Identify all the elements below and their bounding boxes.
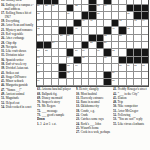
grid-cell[interactable] bbox=[134, 27, 140, 33]
grid-cell[interactable]: 61 bbox=[97, 49, 103, 55]
black-cell bbox=[59, 27, 65, 33]
grid-cell[interactable]: 34 bbox=[104, 5, 110, 11]
grid-cell[interactable] bbox=[59, 20, 65, 26]
grid-cell[interactable]: 57 bbox=[37, 49, 43, 55]
cell-number: 43 bbox=[134, 19, 137, 21]
clue-item: 27. Cook in a wok, perhaps bbox=[76, 130, 112, 134]
cell-number: 73 bbox=[142, 64, 145, 66]
cell-number: 68 bbox=[67, 64, 70, 66]
grid-cell[interactable] bbox=[142, 0, 148, 4]
black-cell bbox=[142, 5, 148, 11]
grid-cell[interactable] bbox=[52, 79, 58, 85]
cell-number: 53 bbox=[119, 34, 122, 36]
grid-cell[interactable] bbox=[97, 79, 103, 85]
cell-number: 75 bbox=[67, 71, 70, 73]
grid-cell[interactable]: 60 bbox=[82, 49, 88, 55]
grid-cell[interactable] bbox=[44, 79, 50, 85]
cell-number: 39 bbox=[37, 19, 40, 21]
clue-text: 3, 4 or 5, e.g. bbox=[39, 122, 56, 126]
cell-number: 32 bbox=[75, 4, 78, 6]
grid-cell[interactable] bbox=[134, 35, 140, 41]
clue-item: 55. Like circus elephants bbox=[113, 121, 150, 125]
cell-number: 52 bbox=[104, 34, 107, 36]
cell-number: 38 bbox=[127, 12, 130, 14]
cell-number: 36 bbox=[67, 12, 70, 14]
cell-number: 62 bbox=[112, 49, 115, 51]
black-cell bbox=[142, 57, 148, 63]
black-cell bbox=[67, 27, 73, 33]
grid-cell[interactable] bbox=[97, 72, 103, 78]
grid-cell[interactable]: 40 bbox=[82, 20, 88, 26]
grid-cell[interactable] bbox=[134, 72, 140, 78]
cell-number: 61 bbox=[97, 49, 100, 51]
clue-text: Heavenly entrance bbox=[80, 96, 104, 100]
grid-cell[interactable]: 67 bbox=[37, 64, 43, 70]
clue-item: 1. 3, 4 or 5, e.g. bbox=[37, 122, 75, 126]
cell-number: 29 bbox=[37, 4, 40, 6]
grid-cell[interactable] bbox=[67, 42, 73, 48]
clue-text: Condo, e.g. bbox=[80, 108, 95, 112]
black-cell bbox=[59, 64, 65, 70]
cell-number: 55 bbox=[90, 41, 93, 43]
cell-number: 48 bbox=[127, 27, 130, 29]
grid-cell[interactable] bbox=[134, 42, 140, 48]
grid-cell[interactable] bbox=[112, 64, 118, 70]
clue-text: Actor Sean and family bbox=[5, 23, 34, 27]
grid-cell[interactable] bbox=[82, 35, 88, 41]
grid-cell[interactable]: 43 bbox=[134, 20, 140, 26]
cell-number: 69 bbox=[75, 64, 78, 66]
black-cell bbox=[67, 49, 73, 55]
black-cell bbox=[134, 5, 140, 11]
grid-cell[interactable]: 69 bbox=[74, 64, 80, 70]
grid-cell[interactable] bbox=[82, 27, 88, 33]
grid-cell[interactable]: 66 bbox=[104, 57, 110, 63]
grid-cell[interactable] bbox=[89, 49, 95, 55]
grid-cell[interactable] bbox=[67, 79, 73, 85]
black-cell bbox=[97, 42, 103, 48]
across-clues-left-list: 13. Sunday meal16. Ending of a campus e-… bbox=[1, 0, 36, 109]
black-cell bbox=[104, 27, 110, 33]
grid-cell[interactable]: 39 bbox=[37, 20, 43, 26]
clue-text: Sunday meal bbox=[5, 0, 22, 2]
black-cell bbox=[119, 27, 125, 33]
clue-item: 17. Rolling Stones hit of 1967 bbox=[1, 11, 36, 19]
cell-number: 41 bbox=[90, 19, 93, 21]
clue-text: Freddy Krueger's street bbox=[117, 87, 147, 91]
grid-cell[interactable] bbox=[59, 57, 65, 63]
clue-text: Margarita garnish bbox=[5, 83, 28, 87]
grid-cell[interactable] bbox=[89, 79, 95, 85]
clue-text: ___ good example bbox=[41, 113, 65, 117]
grid-cell[interactable] bbox=[142, 27, 148, 33]
grid-cell[interactable]: 68 bbox=[67, 64, 73, 70]
cell-number: 44 bbox=[142, 19, 145, 21]
grid-cell[interactable]: 54 bbox=[52, 42, 58, 48]
grid-cell[interactable]: 70 bbox=[119, 64, 125, 70]
grid-cell[interactable] bbox=[104, 12, 110, 18]
cell-number: 31 bbox=[52, 4, 55, 6]
black-cell bbox=[89, 5, 95, 11]
crossword-grid[interactable]: 2324252627282930313233343536373839404142… bbox=[36, 0, 149, 87]
black-cell bbox=[89, 12, 95, 18]
cell-number: 40 bbox=[82, 19, 85, 21]
grid-cell[interactable] bbox=[127, 0, 133, 4]
grid-cell[interactable] bbox=[52, 64, 58, 70]
clue-text: Chip dip bbox=[5, 40, 17, 44]
clue-text: Arizona baseball player bbox=[41, 87, 71, 91]
cell-number: 74 bbox=[37, 71, 40, 73]
grid-cell[interactable]: 64 bbox=[67, 57, 73, 63]
clue-text: Mystery and romance bbox=[5, 27, 33, 31]
cell-number: 45 bbox=[37, 27, 40, 29]
grid-cell[interactable] bbox=[119, 79, 125, 85]
clue-text: Like craft shows bbox=[5, 49, 26, 53]
clue-text: Most bashful bbox=[80, 91, 97, 95]
grid-cell[interactable] bbox=[119, 12, 125, 18]
bottom-clues-column-2: 9. Heroic, slangily10. Most bashful11. H… bbox=[76, 87, 112, 150]
cell-number: 65 bbox=[82, 56, 85, 58]
clue-text: ___ message bbox=[41, 108, 58, 112]
cell-number: 33 bbox=[97, 4, 100, 6]
grid-cell[interactable] bbox=[89, 64, 95, 70]
grid-cell[interactable] bbox=[97, 57, 103, 63]
grid-cell[interactable] bbox=[74, 35, 80, 41]
grid-cell[interactable]: 76 bbox=[112, 72, 118, 78]
across-clues-bottom-list: 63. Arizona baseball player68. Ballpark … bbox=[37, 87, 75, 117]
cell-number: 51 bbox=[67, 34, 70, 36]
clue-text: Trip bbox=[117, 100, 123, 104]
down-clues-list-2: 41. Freddy Krueger's street42. "___ in t… bbox=[113, 87, 150, 125]
clue-text: "Vamos __!" bbox=[5, 87, 22, 91]
grid-cell[interactable] bbox=[74, 42, 80, 48]
black-cell bbox=[127, 5, 133, 11]
grid-cell[interactable] bbox=[82, 72, 88, 78]
grid-cell[interactable] bbox=[127, 35, 133, 41]
grid-cell[interactable] bbox=[142, 42, 148, 48]
grid-cell[interactable]: 44 bbox=[142, 20, 148, 26]
clue-text: End-of-week cry bbox=[5, 62, 27, 66]
grid-cell[interactable] bbox=[44, 64, 50, 70]
cell-number: 47 bbox=[112, 27, 115, 29]
cell-number: 34 bbox=[104, 4, 107, 6]
grid-cell[interactable] bbox=[52, 12, 58, 18]
grid-cell[interactable] bbox=[112, 35, 118, 41]
clue-text: Ballpark fig. bbox=[41, 91, 57, 95]
black-cell bbox=[134, 57, 140, 63]
clue-text: Elation bbox=[117, 96, 127, 100]
grid-cell[interactable]: 48 bbox=[127, 27, 133, 33]
grid-cell[interactable] bbox=[112, 42, 118, 48]
grid-cell[interactable]: 29 bbox=[37, 5, 43, 11]
clue-text: Nike competitor bbox=[117, 104, 138, 108]
grid-cell[interactable]: 45 bbox=[37, 27, 43, 33]
cell-number: 57 bbox=[37, 49, 40, 51]
grid-cell[interactable] bbox=[127, 42, 133, 48]
clue-text: Mr. Rogers bbox=[41, 104, 56, 108]
grid-cell[interactable] bbox=[74, 72, 80, 78]
black-cell bbox=[104, 49, 110, 55]
clue-text: Singer DiFranco bbox=[5, 75, 26, 79]
grid-cell[interactable]: 74 bbox=[37, 72, 43, 78]
grid-cell[interactable] bbox=[59, 79, 65, 85]
grid-cell[interactable]: 58 bbox=[44, 49, 50, 55]
grid-cell[interactable] bbox=[44, 27, 50, 33]
clue-text: Heroic, slangily bbox=[78, 87, 99, 91]
grid-cell[interactable]: 55 bbox=[89, 42, 95, 48]
grid-cell[interactable] bbox=[67, 0, 73, 4]
clue-text: Runs in neutral bbox=[80, 100, 100, 104]
clue-text: Rolling Stones hit of 1967 bbox=[5, 11, 32, 19]
grid-cell[interactable] bbox=[119, 42, 125, 48]
black-cell bbox=[37, 42, 43, 48]
grid-cell[interactable]: 72 bbox=[134, 64, 140, 70]
black-cell bbox=[127, 49, 133, 55]
clue-text: Actor McGregor bbox=[117, 108, 138, 112]
grid-cell[interactable] bbox=[142, 72, 148, 78]
cell-number: 60 bbox=[82, 49, 85, 51]
grid-cell[interactable] bbox=[104, 64, 110, 70]
black-cell bbox=[82, 42, 88, 48]
grid-cell[interactable] bbox=[74, 12, 80, 18]
grid-cell[interactable]: 47 bbox=[112, 27, 118, 33]
clue-text: "You are not!" reply bbox=[117, 117, 143, 121]
grid-cell[interactable] bbox=[52, 27, 58, 33]
grid-cell[interactable]: 75 bbox=[67, 72, 73, 78]
clue-text: Catches some rays bbox=[80, 117, 104, 121]
grid-cell[interactable] bbox=[44, 72, 50, 78]
clue-text: Disney mermaid bbox=[41, 96, 62, 100]
clue-item: 54. Dish cooked in a pot bbox=[1, 105, 36, 109]
grid-cell[interactable]: 59 bbox=[74, 49, 80, 55]
clue-text: "___ in the City" bbox=[117, 91, 139, 95]
grid-cell[interactable] bbox=[119, 5, 125, 11]
grid-cell[interactable] bbox=[82, 5, 88, 11]
grid-cell[interactable] bbox=[119, 49, 125, 55]
cell-number: 50 bbox=[60, 34, 63, 36]
cell-number: 58 bbox=[45, 49, 48, 51]
grid-cell[interactable] bbox=[44, 57, 50, 63]
cell-number: 59 bbox=[75, 49, 78, 51]
grid-cell[interactable]: 32 bbox=[74, 5, 80, 11]
grid-cell[interactable] bbox=[97, 20, 103, 26]
grid-cell[interactable] bbox=[59, 5, 65, 11]
grid-cell[interactable] bbox=[52, 20, 58, 26]
clue-text: Strikes out bbox=[5, 70, 19, 74]
down-clues-start-list: 1. 3, 4 or 5, e.g. bbox=[37, 122, 75, 126]
black-cell bbox=[119, 57, 125, 63]
clue-text: Everything bbox=[5, 19, 20, 23]
clue-item: 16. Ending of a campus e-mail address bbox=[1, 2, 36, 10]
grid-cell[interactable] bbox=[97, 64, 103, 70]
black-cell bbox=[134, 49, 140, 55]
clue-text: Crude bbox=[80, 113, 88, 117]
grid-cell[interactable]: 49 bbox=[37, 35, 43, 41]
cell-number: 77 bbox=[37, 79, 40, 81]
grid-cell[interactable] bbox=[44, 20, 50, 26]
cell-number: 49 bbox=[37, 34, 40, 36]
grid-cell[interactable]: 50 bbox=[59, 35, 65, 41]
clue-text: Like circus elephants bbox=[117, 121, 144, 125]
clue-text: Cook in a wok, perhaps bbox=[80, 130, 110, 134]
grid-cell[interactable]: 78 bbox=[112, 79, 118, 85]
grid-cell[interactable]: 33 bbox=[97, 5, 103, 11]
clue-text: Ending of a campus e-mail address bbox=[5, 2, 34, 10]
across-clues-left-column: 13. Sunday meal16. Ending of a campus e-… bbox=[1, 0, 36, 150]
clue-item: 73. ___ good example bbox=[37, 113, 75, 117]
grid-cell[interactable] bbox=[142, 79, 148, 85]
grid-cell[interactable] bbox=[127, 72, 133, 78]
cell-number: 64 bbox=[67, 56, 70, 58]
cell-number: 71 bbox=[127, 64, 130, 66]
grid-cell[interactable]: 73 bbox=[142, 64, 148, 70]
grid-cell[interactable] bbox=[67, 20, 73, 26]
grid-cell[interactable]: 28 bbox=[119, 0, 125, 4]
grid-cell[interactable]: 62 bbox=[112, 49, 118, 55]
black-cell bbox=[67, 5, 73, 11]
grid-cell[interactable]: 36 bbox=[67, 12, 73, 18]
grid-cell[interactable] bbox=[59, 49, 65, 55]
grid-cell[interactable]: 41 bbox=[89, 20, 95, 26]
clue-text: Spanish writer bbox=[5, 57, 24, 61]
clue-text: Wizard's home bbox=[80, 126, 99, 130]
clue-text: Suspect's story bbox=[41, 100, 60, 104]
grid-cell[interactable] bbox=[74, 79, 80, 85]
grid-cell[interactable]: 56 bbox=[104, 42, 110, 48]
grid-cell[interactable] bbox=[142, 35, 148, 41]
grid-cell[interactable]: 27 bbox=[112, 0, 118, 4]
black-cell bbox=[74, 57, 80, 63]
cell-number: 78 bbox=[112, 79, 115, 81]
cell-number: 72 bbox=[134, 64, 137, 66]
clue-text: Ancient animal bbox=[5, 92, 25, 96]
clue-text: Red vegetable bbox=[5, 32, 23, 36]
cell-number: 66 bbox=[104, 56, 107, 58]
cell-number: 63 bbox=[37, 56, 40, 58]
grid-cell[interactable] bbox=[104, 20, 110, 26]
clue-text: Magnitude bbox=[5, 96, 19, 100]
clue-text: Dish cooked in a pot bbox=[5, 105, 31, 109]
grid-cell[interactable] bbox=[119, 72, 125, 78]
grid-cell[interactable] bbox=[112, 57, 118, 63]
grid-cell[interactable]: 30 bbox=[44, 5, 50, 11]
grid-cell[interactable]: 35 bbox=[37, 12, 43, 18]
black-cell bbox=[142, 49, 148, 55]
grid-cell[interactable]: 25 bbox=[82, 0, 88, 4]
grid-cell[interactable]: 23 bbox=[59, 0, 65, 4]
grid-cell[interactable] bbox=[112, 5, 118, 11]
black-cell bbox=[44, 42, 50, 48]
black-cell bbox=[104, 72, 110, 78]
grid-cell[interactable] bbox=[127, 20, 133, 26]
grid-cell[interactable] bbox=[127, 79, 133, 85]
black-cell bbox=[112, 20, 118, 26]
black-cell bbox=[127, 57, 133, 63]
grid-cell[interactable] bbox=[89, 57, 95, 63]
black-cell bbox=[104, 79, 110, 85]
cell-number: 30 bbox=[45, 4, 48, 6]
cell-number: 54 bbox=[52, 41, 55, 43]
cell-number: 46 bbox=[75, 27, 78, 29]
grid-cell[interactable] bbox=[112, 12, 118, 18]
clue-text: Rock's ___ John bbox=[80, 121, 101, 125]
grid-cell[interactable] bbox=[44, 12, 50, 18]
cell-number: 67 bbox=[37, 64, 40, 66]
grid-cell[interactable] bbox=[89, 72, 95, 78]
clue-text: Not quite bbox=[5, 45, 17, 49]
black-cell bbox=[59, 72, 65, 78]
cell-number: 42 bbox=[119, 19, 122, 21]
grid-cell[interactable]: 51 bbox=[67, 35, 73, 41]
grid-cell[interactable]: 63 bbox=[37, 57, 43, 63]
grid-cell[interactable]: 53 bbox=[119, 35, 125, 41]
black-cell bbox=[82, 12, 88, 18]
cell-number: 37 bbox=[97, 12, 100, 14]
clue-text: Following bbox=[117, 113, 131, 117]
clue-text: Helped out bbox=[5, 100, 19, 104]
bottom-clues-column-1: 63. Arizona baseball player68. Ballpark … bbox=[37, 87, 75, 150]
black-cell bbox=[89, 0, 95, 4]
black-cell bbox=[142, 12, 148, 18]
black-cell bbox=[97, 35, 103, 41]
grid-cell[interactable] bbox=[89, 27, 95, 33]
grid-cell[interactable] bbox=[44, 35, 50, 41]
grid-cell[interactable] bbox=[82, 79, 88, 85]
grid-cell[interactable] bbox=[52, 57, 58, 63]
grid-cell[interactable]: 65 bbox=[82, 57, 88, 63]
grid-cell[interactable] bbox=[59, 42, 65, 48]
clue-text: Dictation taker bbox=[5, 53, 24, 57]
grid-cell[interactable] bbox=[97, 27, 103, 33]
grid-cell[interactable]: 31 bbox=[52, 5, 58, 11]
grid-cell[interactable] bbox=[52, 49, 58, 55]
black-cell bbox=[134, 12, 140, 18]
cell-number: 56 bbox=[104, 41, 107, 43]
grid-cell[interactable] bbox=[52, 72, 58, 78]
grid-cell[interactable] bbox=[59, 12, 65, 18]
clue-text: Divided Asian nat. bbox=[5, 66, 29, 70]
grid-cell[interactable] bbox=[134, 79, 140, 85]
cell-number: 70 bbox=[119, 64, 122, 66]
grid-cell[interactable]: 37 bbox=[97, 12, 103, 18]
grid-cell[interactable]: 71 bbox=[127, 64, 133, 70]
grid-cell[interactable] bbox=[134, 0, 140, 4]
grid-cell[interactable]: 46 bbox=[74, 27, 80, 33]
grid-cell[interactable]: 77 bbox=[37, 79, 43, 85]
grid-cell[interactable]: 38 bbox=[127, 12, 133, 18]
clue-text: Oklahoma city bbox=[80, 104, 99, 108]
clue-text: Minor setback bbox=[5, 79, 24, 83]
cell-number: 76 bbox=[112, 71, 115, 73]
grid-cell[interactable]: 42 bbox=[119, 20, 125, 26]
black-cell bbox=[74, 20, 80, 26]
clue-text: After exchange bbox=[5, 36, 25, 40]
cell-number: 35 bbox=[37, 12, 40, 14]
bottom-clues-column-3: 41. Freddy Krueger's street42. "___ in t… bbox=[113, 87, 150, 150]
down-clues-list-1: 9. Heroic, slangily10. Most bashful11. H… bbox=[76, 87, 112, 134]
grid-cell[interactable] bbox=[82, 64, 88, 70]
